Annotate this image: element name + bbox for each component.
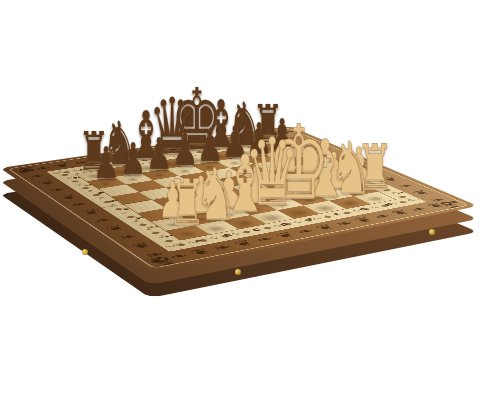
- piece-white-rook-a1: ♜: [168, 172, 206, 235]
- brass-pin: [429, 229, 435, 235]
- piece-black-pawn-b7: ♟: [119, 137, 146, 181]
- pieces-layer: ♜♞♟♝♟♚♟♛♟♝♟♞♟♜♟♟♟♟♜♟♞♟♝♟♚♟♛♟♝♟♞♜: [0, 0, 500, 400]
- brass-pin: [82, 249, 88, 255]
- chess-set-product-photo: ❦❧❦❧❦❧❦❧❦❧❦❧❦❧❦❧❦❧❦❧❦❧❦❧❦❧❦❧ ❦❧❦❧❦❧❦❧❦❧❦…: [0, 0, 500, 400]
- piece-black-pawn-a7: ♟: [92, 141, 119, 185]
- brass-pin: [235, 269, 241, 275]
